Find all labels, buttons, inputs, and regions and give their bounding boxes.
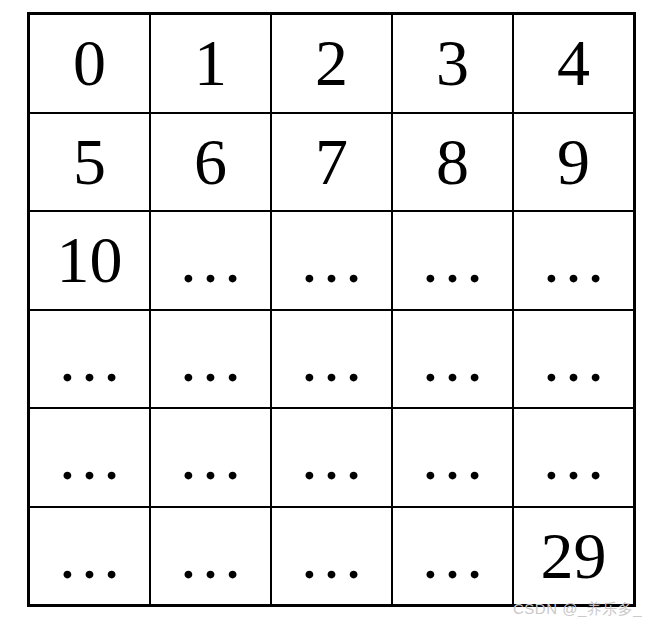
grid-cell-r3c1: … [151,311,270,408]
grid-cell-r0c4: 4 [514,15,633,112]
grid-cell-r4c2: … [272,409,391,506]
grid-cell-r0c3: 3 [393,15,512,112]
grid-cell-r2c1: … [151,212,270,309]
grid-cell-r2c2: … [272,212,391,309]
grid-cell-r3c2: … [272,311,391,408]
grid-cell-r5c2: … [272,508,391,605]
grid-cell-r4c4: … [514,409,633,506]
grid-cell-r1c3: 8 [393,114,512,211]
grid-cell-r4c1: … [151,409,270,506]
grid-cell-r5c1: … [151,508,270,605]
grid-cell-r1c0: 5 [30,114,149,211]
grid-cell-r5c3: … [393,508,512,605]
grid-cell-r3c4: … [514,311,633,408]
grid-cell-r0c2: 2 [272,15,391,112]
grid-cell-r1c2: 7 [272,114,391,211]
grid-cell-r5c0: … [30,508,149,605]
grid-cell-r4c0: … [30,409,149,506]
grid-cell-r3c0: … [30,311,149,408]
grid-cell-r2c4: … [514,212,633,309]
grid-cell-r4c3: … [393,409,512,506]
grid-cell-r1c4: 9 [514,114,633,211]
grid-cell-r2c3: … [393,212,512,309]
grid-cell-r5c4: 29 [514,508,633,605]
grid-cell-r2c0: 10 [30,212,149,309]
grid-cell-r1c1: 6 [151,114,270,211]
grid-cell-r0c0: 0 [30,15,149,112]
grid-cell-r0c1: 1 [151,15,270,112]
number-grid-board: 012345678910………………………………………………29 [27,12,636,607]
watermark: CSDN @_养乐多_ [513,600,642,619]
page-canvas: 012345678910………………………………………………29 CSDN @_… [0,0,661,631]
grid-cell-r3c3: … [393,311,512,408]
